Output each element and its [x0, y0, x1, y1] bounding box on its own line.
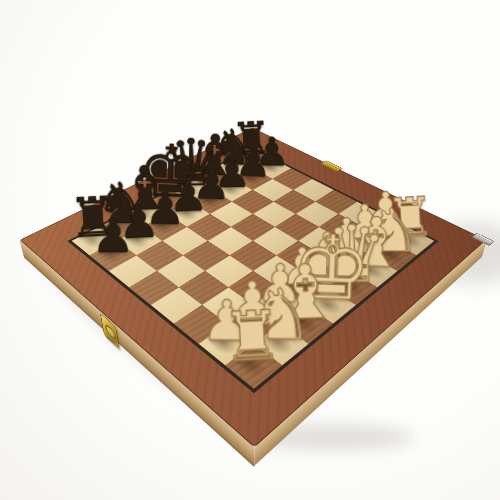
board-face: ♜♟♟♜♞♟♟♞♝♟♟♝♛♟♟♛♚♟♟♚♝♟♟♝♞♟♟♞♜♟♟♜	[20, 128, 487, 448]
piece-wR[interactable]: ♜	[220, 302, 284, 373]
chess-box: ♜♟♟♜♞♟♟♞♝♟♟♝♛♟♟♛♚♟♟♚♝♟♟♝♞♟♟♞♜♟♟♜	[20, 128, 487, 448]
product-photo-scene: ♜♟♟♜♞♟♟♞♝♟♟♝♛♟♟♛♚♟♟♚♝♟♟♝♞♟♟♞♜♟♟♜	[0, 0, 500, 500]
piece-bP[interactable]: ♟	[92, 212, 135, 259]
board-squares: ♜♟♟♜♞♟♟♞♝♟♟♝♛♟♟♛♚♟♟♚♝♟♟♝♞♟♟♞♜♟♟♜	[67, 147, 438, 393]
brass-hinge	[319, 160, 343, 172]
